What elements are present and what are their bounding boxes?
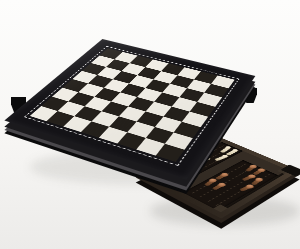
white-chess-piece[interactable]	[214, 156, 227, 162]
brown-chess-piece[interactable]	[211, 184, 223, 190]
white-piece-head	[221, 154, 229, 158]
brown-chess-piece[interactable]	[239, 185, 251, 191]
white-piece-head	[231, 149, 239, 153]
brown-piece-head	[220, 172, 230, 177]
brown-chess-piece[interactable]	[241, 176, 253, 182]
brown-piece-head	[248, 164, 258, 169]
brown-piece-head	[208, 178, 218, 183]
white-piece-head	[224, 146, 232, 150]
brown-piece-head	[257, 168, 267, 173]
brown-chess-piece[interactable]	[204, 180, 215, 186]
brown-piece-head	[254, 177, 264, 182]
chess-set-photo	[0, 0, 300, 249]
brown-chess-piece[interactable]	[245, 166, 255, 172]
